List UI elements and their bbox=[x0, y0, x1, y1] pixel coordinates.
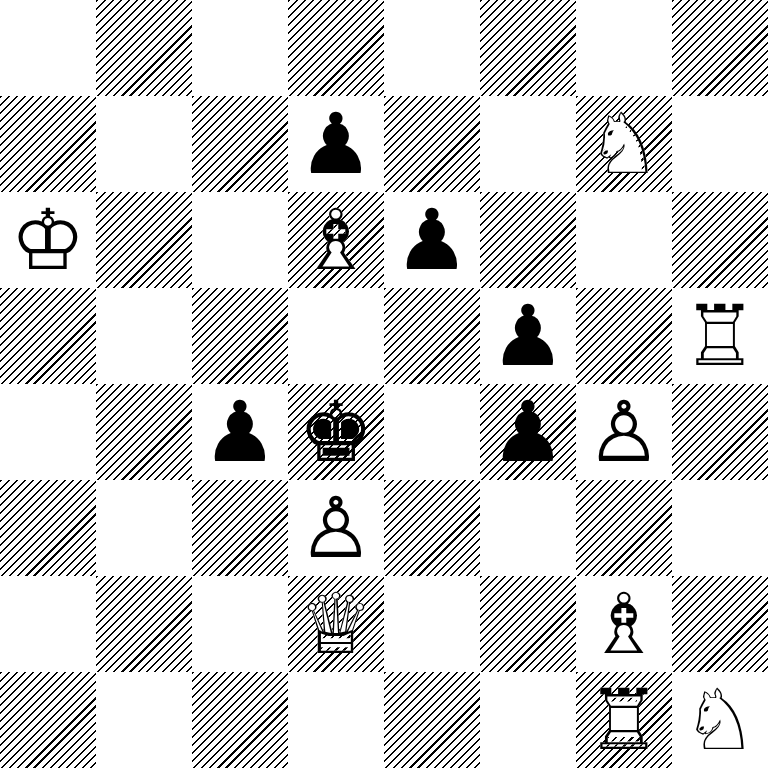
piece-wN-whitefill: ♞ bbox=[672, 672, 768, 768]
piece-wB-whitefill: ♝ bbox=[576, 576, 672, 672]
square-d6[interactable]: ♝♗ bbox=[288, 192, 384, 288]
square-c1[interactable] bbox=[192, 672, 288, 768]
piece-wR-whitefill: ♜ bbox=[576, 672, 672, 768]
square-a5[interactable] bbox=[0, 288, 96, 384]
square-g8[interactable] bbox=[576, 0, 672, 96]
square-b7[interactable] bbox=[96, 96, 192, 192]
square-a2[interactable] bbox=[0, 576, 96, 672]
square-a8[interactable] bbox=[0, 0, 96, 96]
piece-bP-icon: ♟ bbox=[480, 288, 576, 384]
piece-wP-icon: ♙ bbox=[576, 384, 672, 480]
square-b2[interactable] bbox=[96, 576, 192, 672]
square-a4[interactable] bbox=[0, 384, 96, 480]
square-c5[interactable] bbox=[192, 288, 288, 384]
square-g6[interactable] bbox=[576, 192, 672, 288]
piece-wB-icon: ♗ bbox=[576, 576, 672, 672]
piece-wR-icon: ♖ bbox=[576, 672, 672, 768]
square-d7[interactable]: ♟ bbox=[288, 96, 384, 192]
square-d3[interactable]: ♟♙ bbox=[288, 480, 384, 576]
square-c7[interactable] bbox=[192, 96, 288, 192]
piece-wN-icon: ♘ bbox=[672, 672, 768, 768]
square-a1[interactable] bbox=[0, 672, 96, 768]
square-e4[interactable] bbox=[384, 384, 480, 480]
chess-board: ♟♞♘♚♔♝♗♟♟♜♖♟♚♟♟♙♟♙♛♕♝♗♜♖♞♘ bbox=[0, 0, 768, 768]
piece-wN-icon: ♘ bbox=[576, 96, 672, 192]
square-c3[interactable] bbox=[192, 480, 288, 576]
square-g2[interactable]: ♝♗ bbox=[576, 576, 672, 672]
piece-bP-icon: ♟ bbox=[384, 192, 480, 288]
piece-wQ-whitefill: ♛ bbox=[288, 576, 384, 672]
square-b1[interactable] bbox=[96, 672, 192, 768]
square-c6[interactable] bbox=[192, 192, 288, 288]
square-h7[interactable] bbox=[672, 96, 768, 192]
square-f1[interactable] bbox=[480, 672, 576, 768]
square-b8[interactable] bbox=[96, 0, 192, 96]
square-h4[interactable] bbox=[672, 384, 768, 480]
square-g1[interactable]: ♜♖ bbox=[576, 672, 672, 768]
piece-bP-icon: ♟ bbox=[480, 384, 576, 480]
square-d5[interactable] bbox=[288, 288, 384, 384]
square-b5[interactable] bbox=[96, 288, 192, 384]
square-f3[interactable] bbox=[480, 480, 576, 576]
piece-wB-whitefill: ♝ bbox=[288, 192, 384, 288]
square-h8[interactable] bbox=[672, 0, 768, 96]
square-h6[interactable] bbox=[672, 192, 768, 288]
square-b6[interactable] bbox=[96, 192, 192, 288]
square-a7[interactable] bbox=[0, 96, 96, 192]
square-f8[interactable] bbox=[480, 0, 576, 96]
piece-wQ-icon: ♕ bbox=[288, 576, 384, 672]
square-d4[interactable]: ♚ bbox=[288, 384, 384, 480]
piece-bP-icon: ♟ bbox=[192, 384, 288, 480]
square-f5[interactable]: ♟ bbox=[480, 288, 576, 384]
square-d2[interactable]: ♛♕ bbox=[288, 576, 384, 672]
piece-wB-icon: ♗ bbox=[288, 192, 384, 288]
square-e8[interactable] bbox=[384, 0, 480, 96]
square-e6[interactable]: ♟ bbox=[384, 192, 480, 288]
square-h5[interactable]: ♜♖ bbox=[672, 288, 768, 384]
square-d8[interactable] bbox=[288, 0, 384, 96]
square-g7[interactable]: ♞♘ bbox=[576, 96, 672, 192]
piece-wR-icon: ♖ bbox=[672, 288, 768, 384]
square-g4[interactable]: ♟♙ bbox=[576, 384, 672, 480]
piece-wP-whitefill: ♟ bbox=[576, 384, 672, 480]
piece-wP-icon: ♙ bbox=[288, 480, 384, 576]
square-g3[interactable] bbox=[576, 480, 672, 576]
piece-wK-icon: ♔ bbox=[0, 192, 96, 288]
square-e5[interactable] bbox=[384, 288, 480, 384]
square-a6[interactable]: ♚♔ bbox=[0, 192, 96, 288]
square-f4[interactable]: ♟ bbox=[480, 384, 576, 480]
piece-bP-icon: ♟ bbox=[288, 96, 384, 192]
square-e2[interactable] bbox=[384, 576, 480, 672]
square-a3[interactable] bbox=[0, 480, 96, 576]
square-c8[interactable] bbox=[192, 0, 288, 96]
square-e1[interactable] bbox=[384, 672, 480, 768]
square-b3[interactable] bbox=[96, 480, 192, 576]
piece-wK-whitefill: ♚ bbox=[0, 192, 96, 288]
square-f7[interactable] bbox=[480, 96, 576, 192]
square-f6[interactable] bbox=[480, 192, 576, 288]
square-f2[interactable] bbox=[480, 576, 576, 672]
square-d1[interactable] bbox=[288, 672, 384, 768]
square-h2[interactable] bbox=[672, 576, 768, 672]
piece-bK-icon: ♚ bbox=[288, 384, 384, 480]
square-e7[interactable] bbox=[384, 96, 480, 192]
square-h3[interactable] bbox=[672, 480, 768, 576]
square-e3[interactable] bbox=[384, 480, 480, 576]
square-c2[interactable] bbox=[192, 576, 288, 672]
square-h1[interactable]: ♞♘ bbox=[672, 672, 768, 768]
square-b4[interactable] bbox=[96, 384, 192, 480]
square-g5[interactable] bbox=[576, 288, 672, 384]
square-c4[interactable]: ♟ bbox=[192, 384, 288, 480]
piece-wR-whitefill: ♜ bbox=[672, 288, 768, 384]
piece-wP-whitefill: ♟ bbox=[288, 480, 384, 576]
piece-wN-whitefill: ♞ bbox=[576, 96, 672, 192]
